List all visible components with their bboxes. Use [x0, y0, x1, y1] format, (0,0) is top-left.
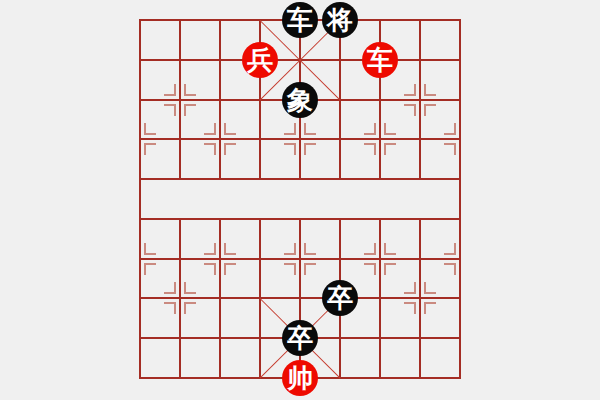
black-soldier-piece[interactable]: 卒	[282, 320, 318, 356]
point-marker-6-3-tl	[364, 123, 376, 135]
point-marker-4-6-tl	[284, 243, 296, 255]
point-marker-8-3-tl	[444, 123, 456, 135]
point-marker-7-7-br	[424, 302, 436, 314]
point-marker-7-2-bl	[404, 104, 416, 116]
point-marker-4-6-tr	[304, 243, 316, 255]
black-general-piece[interactable]: 将	[322, 2, 358, 38]
point-marker-1-2-br	[184, 104, 196, 116]
point-marker-2-3-tr	[224, 123, 236, 135]
black-chariot-piece[interactable]: 车	[282, 2, 318, 38]
point-marker-7-2-br	[424, 104, 436, 116]
point-marker-1-7-tl	[164, 282, 176, 294]
grid-line-file-1-bottom	[179, 218, 181, 379]
point-marker-7-7-bl	[404, 302, 416, 314]
point-marker-4-6-bl	[284, 263, 296, 275]
xiangqi-screenshot: 车将兵车象卒卒帅	[0, 0, 600, 400]
point-marker-0-6-tr	[144, 243, 156, 255]
grid-line-file-7-bottom	[419, 218, 421, 379]
xiangqi-board[interactable]: 车将兵车象卒卒帅	[140, 20, 460, 378]
point-marker-1-7-br	[184, 302, 196, 314]
grid-line-file-2-bottom	[219, 218, 221, 379]
point-marker-6-3-bl	[364, 143, 376, 155]
grid-line-file-1-top	[179, 19, 181, 180]
grid-line-file-2-top	[219, 19, 221, 180]
point-marker-6-6-br	[384, 263, 396, 275]
grid-line-file-6-bottom	[379, 218, 381, 379]
red-chariot-piece[interactable]: 车	[362, 42, 398, 78]
point-marker-8-3-bl	[444, 143, 456, 155]
point-marker-2-6-tl	[204, 243, 216, 255]
point-marker-2-6-br	[224, 263, 236, 275]
point-marker-4-3-br	[304, 143, 316, 155]
point-marker-2-3-bl	[204, 143, 216, 155]
point-marker-0-3-br	[144, 143, 156, 155]
grid-line-file-8	[459, 19, 461, 379]
point-marker-2-3-br	[224, 143, 236, 155]
point-marker-4-3-bl	[284, 143, 296, 155]
point-marker-6-6-tl	[364, 243, 376, 255]
point-marker-6-3-br	[384, 143, 396, 155]
point-marker-1-7-bl	[164, 302, 176, 314]
point-marker-4-3-tl	[284, 123, 296, 135]
point-marker-7-7-tr	[424, 282, 436, 294]
point-marker-7-2-tl	[404, 84, 416, 96]
point-marker-6-3-tr	[384, 123, 396, 135]
point-marker-4-3-tr	[304, 123, 316, 135]
point-marker-2-6-tr	[224, 243, 236, 255]
point-marker-8-6-tl	[444, 243, 456, 255]
point-marker-0-3-tr	[144, 123, 156, 135]
point-marker-1-2-tl	[164, 84, 176, 96]
point-marker-2-3-tl	[204, 123, 216, 135]
point-marker-1-7-tr	[184, 282, 196, 294]
grid-line-file-0	[139, 19, 141, 379]
black-elephant-piece[interactable]: 象	[282, 82, 318, 118]
black-soldier-piece[interactable]: 卒	[322, 280, 358, 316]
point-marker-8-6-bl	[444, 263, 456, 275]
point-marker-0-6-br	[144, 263, 156, 275]
grid-line-file-7-top	[419, 19, 421, 180]
red-soldier-piece[interactable]: 兵	[242, 42, 278, 78]
point-marker-1-2-bl	[164, 104, 176, 116]
point-marker-6-6-bl	[364, 263, 376, 275]
point-marker-6-6-tr	[384, 243, 396, 255]
red-general-piece[interactable]: 帅	[282, 360, 318, 396]
point-marker-7-2-tr	[424, 84, 436, 96]
point-marker-1-2-tr	[184, 84, 196, 96]
point-marker-4-6-br	[304, 263, 316, 275]
point-marker-2-6-bl	[204, 263, 216, 275]
point-marker-7-7-tl	[404, 282, 416, 294]
